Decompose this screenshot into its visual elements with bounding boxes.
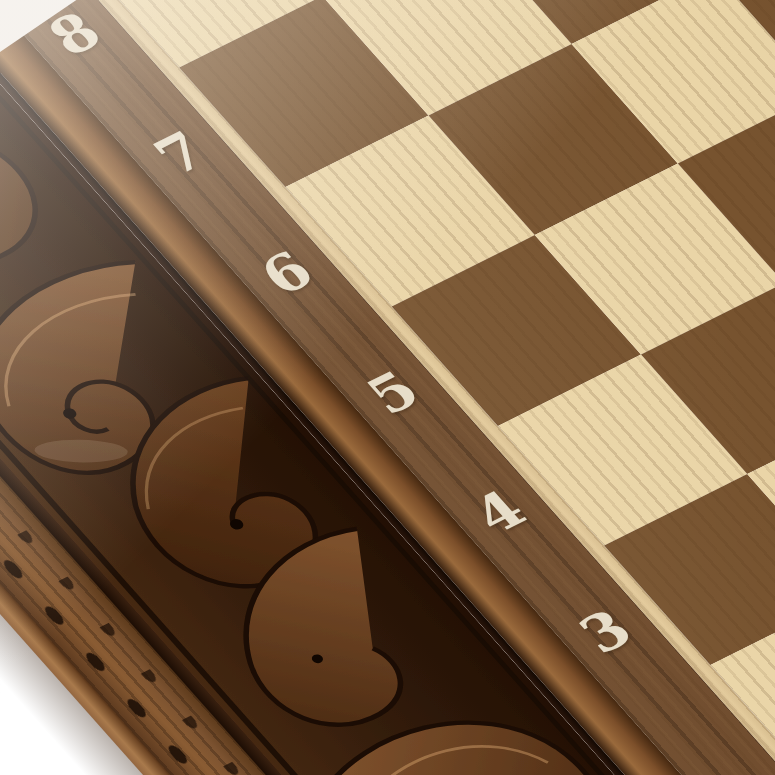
photo-background: 876543 <box>0 0 775 775</box>
chess-board: 876543 <box>73 0 775 775</box>
